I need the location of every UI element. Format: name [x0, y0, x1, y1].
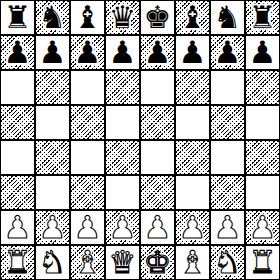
square-d8[interactable]: ♛ — [105, 0, 140, 35]
white-rook-icon: ♜ — [249, 245, 277, 280]
square-c5[interactable] — [70, 105, 105, 140]
square-d6[interactable] — [105, 70, 140, 105]
square-g2[interactable]: ♟ — [210, 210, 245, 245]
white-pawn-icon: ♟ — [179, 210, 207, 245]
square-g4[interactable] — [210, 140, 245, 175]
black-pawn-icon: ♟ — [179, 35, 207, 70]
square-b5[interactable] — [35, 105, 70, 140]
square-e7[interactable]: ♟ — [140, 35, 175, 70]
square-e6[interactable] — [140, 70, 175, 105]
black-knight-icon: ♞ — [214, 0, 242, 35]
square-a3[interactable] — [0, 175, 35, 210]
black-queen-icon: ♛ — [109, 0, 137, 35]
square-e3[interactable] — [140, 175, 175, 210]
square-h8[interactable]: ♜ — [245, 0, 280, 35]
black-pawn-icon: ♟ — [249, 35, 277, 70]
square-f3[interactable] — [175, 175, 210, 210]
black-king-icon: ♚ — [144, 0, 172, 35]
white-knight-icon: ♞ — [39, 245, 67, 280]
square-g5[interactable] — [210, 105, 245, 140]
black-bishop-icon: ♝ — [179, 0, 207, 35]
black-pawn-icon: ♟ — [4, 35, 32, 70]
white-pawn-icon: ♟ — [109, 210, 137, 245]
square-e5[interactable] — [140, 105, 175, 140]
square-b3[interactable] — [35, 175, 70, 210]
square-a7[interactable]: ♟ — [0, 35, 35, 70]
square-h5[interactable] — [245, 105, 280, 140]
square-h2[interactable]: ♟ — [245, 210, 280, 245]
square-c4[interactable] — [70, 140, 105, 175]
square-b1[interactable]: ♞ — [35, 245, 70, 280]
square-e4[interactable] — [140, 140, 175, 175]
square-g6[interactable] — [210, 70, 245, 105]
square-f5[interactable] — [175, 105, 210, 140]
square-d2[interactable]: ♟ — [105, 210, 140, 245]
square-c6[interactable] — [70, 70, 105, 105]
black-bishop-icon: ♝ — [74, 0, 102, 35]
square-c8[interactable]: ♝ — [70, 0, 105, 35]
square-e1[interactable]: ♚ — [140, 245, 175, 280]
white-bishop-icon: ♝ — [74, 245, 102, 280]
black-rook-icon: ♜ — [4, 0, 32, 35]
square-d3[interactable] — [105, 175, 140, 210]
square-f1[interactable]: ♝ — [175, 245, 210, 280]
square-h7[interactable]: ♟ — [245, 35, 280, 70]
square-f8[interactable]: ♝ — [175, 0, 210, 35]
square-h3[interactable] — [245, 175, 280, 210]
square-d7[interactable]: ♟ — [105, 35, 140, 70]
square-c2[interactable]: ♟ — [70, 210, 105, 245]
white-queen-icon: ♛ — [109, 245, 137, 280]
chess-board: ♜♞♝♛♚♝♞♜♟♟♟♟♟♟♟♟♟♟♟♟♟♟♟♟♜♞♝♛♚♝♞♜ — [0, 0, 280, 280]
black-knight-icon: ♞ — [39, 0, 67, 35]
white-pawn-icon: ♟ — [39, 210, 67, 245]
square-d5[interactable] — [105, 105, 140, 140]
white-rook-icon: ♜ — [4, 245, 32, 280]
square-g3[interactable] — [210, 175, 245, 210]
white-pawn-icon: ♟ — [4, 210, 32, 245]
square-b2[interactable]: ♟ — [35, 210, 70, 245]
square-h4[interactable] — [245, 140, 280, 175]
square-b6[interactable] — [35, 70, 70, 105]
square-e8[interactable]: ♚ — [140, 0, 175, 35]
square-b7[interactable]: ♟ — [35, 35, 70, 70]
square-c3[interactable] — [70, 175, 105, 210]
chess-board-window: ♜♞♝♛♚♝♞♜♟♟♟♟♟♟♟♟♟♟♟♟♟♟♟♟♜♞♝♛♚♝♞♜ — [0, 0, 280, 280]
square-a1[interactable]: ♜ — [0, 245, 35, 280]
square-d4[interactable] — [105, 140, 140, 175]
square-f2[interactable]: ♟ — [175, 210, 210, 245]
black-pawn-icon: ♟ — [39, 35, 67, 70]
square-a4[interactable] — [0, 140, 35, 175]
square-g8[interactable]: ♞ — [210, 0, 245, 35]
black-rook-icon: ♜ — [249, 0, 277, 35]
square-c7[interactable]: ♟ — [70, 35, 105, 70]
square-f7[interactable]: ♟ — [175, 35, 210, 70]
square-d1[interactable]: ♛ — [105, 245, 140, 280]
white-pawn-icon: ♟ — [214, 210, 242, 245]
square-a6[interactable] — [0, 70, 35, 105]
black-pawn-icon: ♟ — [74, 35, 102, 70]
square-b8[interactable]: ♞ — [35, 0, 70, 35]
square-g1[interactable]: ♞ — [210, 245, 245, 280]
square-h1[interactable]: ♜ — [245, 245, 280, 280]
square-c1[interactable]: ♝ — [70, 245, 105, 280]
black-pawn-icon: ♟ — [144, 35, 172, 70]
square-e2[interactable]: ♟ — [140, 210, 175, 245]
square-f6[interactable] — [175, 70, 210, 105]
black-pawn-icon: ♟ — [214, 35, 242, 70]
black-pawn-icon: ♟ — [109, 35, 137, 70]
square-a8[interactable]: ♜ — [0, 0, 35, 35]
white-pawn-icon: ♟ — [249, 210, 277, 245]
square-a5[interactable] — [0, 105, 35, 140]
square-f4[interactable] — [175, 140, 210, 175]
square-b4[interactable] — [35, 140, 70, 175]
white-pawn-icon: ♟ — [74, 210, 102, 245]
white-knight-icon: ♞ — [214, 245, 242, 280]
square-h6[interactable] — [245, 70, 280, 105]
white-pawn-icon: ♟ — [144, 210, 172, 245]
white-king-icon: ♚ — [144, 245, 172, 280]
square-g7[interactable]: ♟ — [210, 35, 245, 70]
square-a2[interactable]: ♟ — [0, 210, 35, 245]
white-bishop-icon: ♝ — [179, 245, 207, 280]
